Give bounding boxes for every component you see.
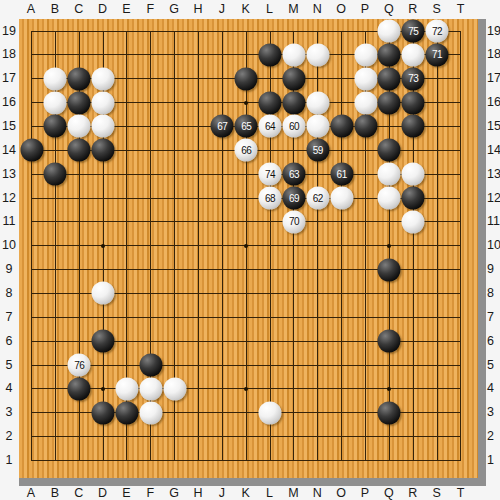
move-number: 68 — [265, 193, 275, 203]
move-number: 59 — [313, 145, 323, 155]
row-label-right-12: 12 — [487, 190, 500, 206]
row-label-right-18: 18 — [487, 46, 500, 62]
col-label-top-Q: Q — [379, 1, 399, 17]
stone-black-C14[interactable] — [68, 139, 91, 162]
col-label-bottom-J: J — [212, 485, 232, 500]
stone-white-D15[interactable] — [92, 115, 115, 138]
col-label-top-J: J — [212, 1, 232, 17]
move-number: 69 — [289, 193, 299, 203]
row-label-right-19: 19 — [487, 23, 500, 39]
stone-white-Q13[interactable] — [378, 163, 401, 186]
stone-black-B13[interactable] — [44, 163, 67, 186]
stone-black-C16[interactable] — [68, 91, 91, 114]
col-label-top-P: P — [355, 1, 375, 17]
col-label-bottom-N: N — [307, 485, 327, 500]
move-number: 75 — [408, 26, 418, 36]
stone-black-C4[interactable] — [68, 377, 91, 400]
stone-white-Q12[interactable] — [378, 187, 401, 210]
stone-black-R17[interactable]: 73 — [402, 67, 425, 90]
move-number: 63 — [289, 169, 299, 179]
row-label-right-16: 16 — [487, 94, 500, 110]
stone-white-N12[interactable]: 62 — [306, 187, 329, 210]
stone-black-Q18[interactable] — [378, 43, 401, 66]
move-number: 67 — [217, 121, 227, 131]
stone-black-R12[interactable] — [402, 187, 425, 210]
row-label-right-13: 13 — [487, 166, 500, 182]
stone-black-Q9[interactable] — [378, 258, 401, 281]
row-label-right-3: 3 — [487, 404, 500, 420]
move-number: 74 — [265, 169, 275, 179]
row-label-right-2: 2 — [487, 428, 500, 444]
col-label-bottom-R: R — [403, 485, 423, 500]
stone-black-M17[interactable] — [282, 67, 305, 90]
stone-white-R13[interactable] — [402, 163, 425, 186]
stone-black-D3[interactable] — [92, 401, 115, 424]
grid-line-horizontal — [31, 365, 461, 366]
stone-white-N18[interactable] — [306, 43, 329, 66]
stone-white-L15[interactable]: 64 — [259, 115, 282, 138]
stone-black-C17[interactable] — [68, 67, 91, 90]
row-label-left-18: 18 — [0, 46, 18, 62]
row-label-right-7: 7 — [487, 309, 500, 325]
stone-white-R11[interactable] — [402, 210, 425, 233]
stone-white-C15[interactable] — [68, 115, 91, 138]
stone-black-M12[interactable]: 69 — [282, 187, 305, 210]
stone-white-L3[interactable] — [259, 401, 282, 424]
move-number: 70 — [289, 217, 299, 227]
col-label-top-S: S — [427, 1, 447, 17]
stone-white-D16[interactable] — [92, 91, 115, 114]
row-label-left-3: 3 — [0, 404, 18, 420]
stone-white-B16[interactable] — [44, 91, 67, 114]
col-label-bottom-D: D — [93, 485, 113, 500]
col-label-top-A: A — [21, 1, 41, 17]
star-point-K16 — [244, 101, 248, 105]
stone-black-Q17[interactable] — [378, 67, 401, 90]
col-label-top-G: G — [164, 1, 184, 17]
star-point-K10 — [244, 244, 248, 248]
row-label-left-5: 5 — [0, 357, 18, 373]
row-label-right-11: 11 — [487, 213, 500, 229]
stone-black-O13[interactable]: 61 — [330, 163, 353, 186]
col-label-bottom-F: F — [140, 485, 160, 500]
stone-white-P16[interactable] — [354, 91, 377, 114]
row-label-left-6: 6 — [0, 333, 18, 349]
stone-black-K15[interactable]: 65 — [235, 115, 258, 138]
row-label-right-10: 10 — [487, 237, 500, 253]
stone-black-E3[interactable] — [115, 401, 138, 424]
col-label-bottom-C: C — [69, 485, 89, 500]
stone-white-G4[interactable] — [163, 377, 186, 400]
stone-black-R15[interactable] — [402, 115, 425, 138]
stone-black-R19[interactable]: 75 — [402, 20, 425, 43]
stone-black-S18[interactable]: 71 — [426, 43, 449, 66]
col-label-top-F: F — [140, 1, 160, 17]
row-label-left-11: 11 — [0, 213, 18, 229]
col-label-bottom-P: P — [355, 485, 375, 500]
row-label-left-2: 2 — [0, 428, 18, 444]
stone-white-P18[interactable] — [354, 43, 377, 66]
move-number: 62 — [313, 193, 323, 203]
stone-white-L13[interactable]: 74 — [259, 163, 282, 186]
col-label-bottom-H: H — [188, 485, 208, 500]
row-label-right-15: 15 — [487, 118, 500, 134]
row-label-right-1: 1 — [487, 452, 500, 468]
row-label-right-8: 8 — [487, 285, 500, 301]
col-label-bottom-G: G — [164, 485, 184, 500]
move-number: 71 — [432, 50, 442, 60]
row-label-left-8: 8 — [0, 285, 18, 301]
stone-white-S19[interactable]: 72 — [426, 20, 449, 43]
row-label-right-6: 6 — [487, 333, 500, 349]
col-label-top-B: B — [45, 1, 65, 17]
grid-line-vertical — [460, 31, 461, 461]
stone-white-C5[interactable]: 76 — [68, 354, 91, 377]
col-label-bottom-M: M — [283, 485, 303, 500]
move-number: 66 — [241, 145, 251, 155]
stone-black-J15[interactable]: 67 — [211, 115, 234, 138]
col-label-bottom-B: B — [45, 485, 65, 500]
col-label-top-K: K — [236, 1, 256, 17]
stone-black-L18[interactable] — [259, 43, 282, 66]
move-number: 73 — [408, 74, 418, 84]
row-label-left-14: 14 — [0, 142, 18, 158]
row-label-right-17: 17 — [487, 70, 500, 86]
stone-white-B17[interactable] — [44, 67, 67, 90]
stone-white-K14[interactable]: 66 — [235, 139, 258, 162]
stone-black-A14[interactable] — [20, 139, 43, 162]
stone-black-L16[interactable] — [259, 91, 282, 114]
col-label-top-L: L — [260, 1, 280, 17]
stone-white-D17[interactable] — [92, 67, 115, 90]
star-point-Q10 — [387, 244, 391, 248]
row-label-left-12: 12 — [0, 190, 18, 206]
col-label-bottom-Q: Q — [379, 485, 399, 500]
stone-black-D14[interactable] — [92, 139, 115, 162]
row-label-left-4: 4 — [0, 380, 18, 396]
col-label-top-T: T — [450, 1, 470, 17]
stone-black-D6[interactable] — [92, 330, 115, 353]
stone-black-Q3[interactable] — [378, 401, 401, 424]
stone-white-E4[interactable] — [115, 377, 138, 400]
col-label-bottom-S: S — [427, 485, 447, 500]
move-number: 76 — [74, 360, 84, 370]
stone-black-K17[interactable] — [235, 67, 258, 90]
stone-black-O15[interactable] — [330, 115, 353, 138]
row-label-left-19: 19 — [0, 23, 18, 39]
row-label-right-9: 9 — [487, 261, 500, 277]
star-point-D4 — [101, 387, 105, 391]
stone-white-L12[interactable]: 68 — [259, 187, 282, 210]
stone-white-O12[interactable] — [330, 187, 353, 210]
col-label-top-H: H — [188, 1, 208, 17]
row-label-right-4: 4 — [487, 380, 500, 396]
go-board-screenshot: 757271736765646066597463616869627076 AAB… — [0, 0, 500, 500]
stone-white-F3[interactable] — [139, 401, 162, 424]
stone-white-F4[interactable] — [139, 377, 162, 400]
row-label-left-10: 10 — [0, 237, 18, 253]
row-label-left-13: 13 — [0, 166, 18, 182]
star-point-K4 — [244, 387, 248, 391]
stone-black-M16[interactable] — [282, 91, 305, 114]
stone-white-N15[interactable] — [306, 115, 329, 138]
stone-white-M11[interactable]: 70 — [282, 210, 305, 233]
stone-black-N14[interactable]: 59 — [306, 139, 329, 162]
move-number: 61 — [337, 169, 347, 179]
row-label-left-7: 7 — [0, 309, 18, 325]
stone-black-Q14[interactable] — [378, 139, 401, 162]
col-label-bottom-K: K — [236, 485, 256, 500]
stone-black-M13[interactable]: 63 — [282, 163, 305, 186]
col-label-top-D: D — [93, 1, 113, 17]
grid-line-horizontal — [31, 460, 461, 461]
move-number: 65 — [241, 121, 251, 131]
col-label-top-R: R — [403, 1, 423, 17]
star-point-D10 — [101, 244, 105, 248]
stone-white-Q19[interactable] — [378, 20, 401, 43]
row-label-left-16: 16 — [0, 94, 18, 110]
grid-line-vertical — [341, 31, 342, 461]
stone-white-P17[interactable] — [354, 67, 377, 90]
stone-white-R18[interactable] — [402, 43, 425, 66]
col-label-top-C: C — [69, 1, 89, 17]
row-label-left-1: 1 — [0, 452, 18, 468]
board-shadow-right — [478, 19, 486, 486]
move-number: 64 — [265, 121, 275, 131]
move-number: 60 — [289, 121, 299, 131]
col-label-top-M: M — [283, 1, 303, 17]
col-label-bottom-A: A — [21, 485, 41, 500]
col-label-bottom-O: O — [331, 485, 351, 500]
move-number: 72 — [432, 26, 442, 36]
stone-black-R16[interactable] — [402, 91, 425, 114]
grid-line-horizontal — [31, 436, 461, 437]
col-label-top-O: O — [331, 1, 351, 17]
row-label-left-17: 17 — [0, 70, 18, 86]
col-label-bottom-E: E — [116, 485, 136, 500]
col-label-top-N: N — [307, 1, 327, 17]
col-label-bottom-T: T — [450, 485, 470, 500]
stone-black-B15[interactable] — [44, 115, 67, 138]
row-label-right-14: 14 — [487, 142, 500, 158]
grid-line-horizontal — [31, 317, 461, 318]
stone-black-P15[interactable] — [354, 115, 377, 138]
grid-line-vertical — [437, 31, 438, 461]
row-label-left-9: 9 — [0, 261, 18, 277]
row-label-left-15: 15 — [0, 118, 18, 134]
stone-white-M18[interactable] — [282, 43, 305, 66]
stone-white-N16[interactable] — [306, 91, 329, 114]
stone-black-Q16[interactable] — [378, 91, 401, 114]
stone-white-M15[interactable]: 60 — [282, 115, 305, 138]
row-label-right-5: 5 — [487, 357, 500, 373]
stone-black-Q6[interactable] — [378, 330, 401, 353]
col-label-top-E: E — [116, 1, 136, 17]
col-label-bottom-L: L — [260, 485, 280, 500]
stone-black-F5[interactable] — [139, 354, 162, 377]
star-point-Q4 — [387, 387, 391, 391]
stone-white-D8[interactable] — [92, 282, 115, 305]
